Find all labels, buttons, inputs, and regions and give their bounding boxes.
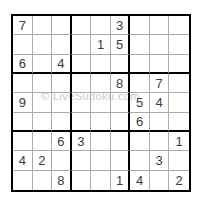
cell-r4c8[interactable]: 7 bbox=[150, 74, 170, 93]
cell-r6c5[interactable] bbox=[91, 113, 111, 132]
cell-r1c1[interactable]: 7 bbox=[13, 16, 33, 35]
sudoku-board: © LiveSudoku.com 7315648795466314238142 bbox=[11, 14, 191, 192]
cell-r1c6[interactable]: 3 bbox=[111, 16, 131, 35]
cell-r5c5[interactable] bbox=[91, 93, 111, 112]
cell-r3c1[interactable]: 6 bbox=[13, 55, 33, 74]
cell-r9c2[interactable] bbox=[33, 171, 53, 190]
cell-r5c4[interactable] bbox=[72, 93, 92, 112]
cell-r9c5[interactable] bbox=[91, 171, 111, 190]
cell-r9c4[interactable] bbox=[72, 171, 92, 190]
cell-r4c6[interactable]: 8 bbox=[111, 74, 131, 93]
cell-r2c6[interactable]: 5 bbox=[111, 35, 131, 54]
cell-r9c1[interactable] bbox=[13, 171, 33, 190]
cell-r1c5[interactable] bbox=[91, 16, 111, 35]
cell-r9c3[interactable]: 8 bbox=[52, 171, 72, 190]
cell-r7c1[interactable] bbox=[13, 132, 33, 151]
cell-r7c2[interactable] bbox=[33, 132, 53, 151]
cell-r5c7[interactable]: 5 bbox=[130, 93, 150, 112]
cell-r4c1[interactable] bbox=[13, 74, 33, 93]
cell-r7c8[interactable] bbox=[150, 132, 170, 151]
cell-r2c2[interactable] bbox=[33, 35, 53, 54]
cell-r2c5[interactable]: 1 bbox=[91, 35, 111, 54]
cell-r1c2[interactable] bbox=[33, 16, 53, 35]
cell-r3c6[interactable] bbox=[111, 55, 131, 74]
cell-r2c4[interactable] bbox=[72, 35, 92, 54]
cell-r8c7[interactable] bbox=[130, 151, 150, 170]
cell-r6c2[interactable] bbox=[33, 113, 53, 132]
cell-r7c9[interactable]: 1 bbox=[169, 132, 189, 151]
cell-r7c7[interactable] bbox=[130, 132, 150, 151]
cell-r7c3[interactable]: 6 bbox=[52, 132, 72, 151]
cell-r1c3[interactable] bbox=[52, 16, 72, 35]
cell-r3c7[interactable] bbox=[130, 55, 150, 74]
cell-r7c6[interactable] bbox=[111, 132, 131, 151]
cell-r8c5[interactable] bbox=[91, 151, 111, 170]
cell-r9c7[interactable]: 4 bbox=[130, 171, 150, 190]
cell-r2c1[interactable] bbox=[13, 35, 33, 54]
cell-r3c3[interactable]: 4 bbox=[52, 55, 72, 74]
cell-r6c4[interactable] bbox=[72, 113, 92, 132]
cell-r8c2[interactable]: 2 bbox=[33, 151, 53, 170]
cell-r6c1[interactable] bbox=[13, 113, 33, 132]
cell-r9c8[interactable] bbox=[150, 171, 170, 190]
cell-r6c7[interactable]: 6 bbox=[130, 113, 150, 132]
cell-r7c5[interactable] bbox=[91, 132, 111, 151]
cell-r4c7[interactable] bbox=[130, 74, 150, 93]
cell-r5c2[interactable] bbox=[33, 93, 53, 112]
cell-r9c6[interactable]: 1 bbox=[111, 171, 131, 190]
cell-r1c7[interactable] bbox=[130, 16, 150, 35]
cell-r3c4[interactable] bbox=[72, 55, 92, 74]
cell-r1c8[interactable] bbox=[150, 16, 170, 35]
cell-r4c5[interactable] bbox=[91, 74, 111, 93]
cell-r8c4[interactable] bbox=[72, 151, 92, 170]
cell-r4c9[interactable] bbox=[169, 74, 189, 93]
cell-r5c3[interactable] bbox=[52, 93, 72, 112]
cell-r2c3[interactable] bbox=[52, 35, 72, 54]
cell-r4c4[interactable] bbox=[72, 74, 92, 93]
cell-r8c9[interactable] bbox=[169, 151, 189, 170]
sudoku-page: © LiveSudoku.com 7315648795466314238142 bbox=[0, 0, 200, 200]
cell-r9c9[interactable]: 2 bbox=[169, 171, 189, 190]
cell-r6c3[interactable] bbox=[52, 113, 72, 132]
cell-r8c6[interactable] bbox=[111, 151, 131, 170]
cell-r4c3[interactable] bbox=[52, 74, 72, 93]
cell-r8c3[interactable] bbox=[52, 151, 72, 170]
cell-r6c6[interactable] bbox=[111, 113, 131, 132]
cell-r1c4[interactable] bbox=[72, 16, 92, 35]
cell-r7c4[interactable]: 3 bbox=[72, 132, 92, 151]
cell-r5c1[interactable]: 9 bbox=[13, 93, 33, 112]
cell-r3c5[interactable] bbox=[91, 55, 111, 74]
cell-r3c8[interactable] bbox=[150, 55, 170, 74]
cell-r5c8[interactable]: 4 bbox=[150, 93, 170, 112]
cell-r2c7[interactable] bbox=[130, 35, 150, 54]
cell-r4c2[interactable] bbox=[33, 74, 53, 93]
cell-r2c9[interactable] bbox=[169, 35, 189, 54]
cell-r5c6[interactable] bbox=[111, 93, 131, 112]
cell-r2c8[interactable] bbox=[150, 35, 170, 54]
cell-r8c8[interactable]: 3 bbox=[150, 151, 170, 170]
cell-r8c1[interactable]: 4 bbox=[13, 151, 33, 170]
cell-r1c9[interactable] bbox=[169, 16, 189, 35]
cell-r6c8[interactable] bbox=[150, 113, 170, 132]
cell-r3c2[interactable] bbox=[33, 55, 53, 74]
cell-r5c9[interactable] bbox=[169, 93, 189, 112]
cell-r3c9[interactable] bbox=[169, 55, 189, 74]
cell-r6c9[interactable] bbox=[169, 113, 189, 132]
